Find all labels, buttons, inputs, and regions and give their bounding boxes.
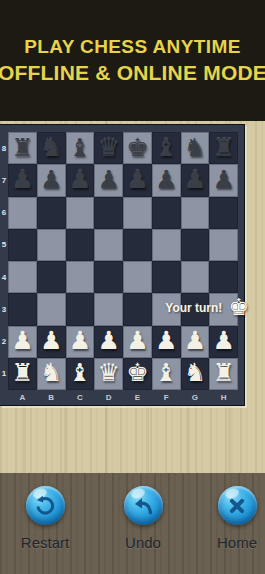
square-h7[interactable]: ♟: [209, 164, 238, 196]
black-queen: ♛: [97, 135, 119, 160]
square-e3[interactable]: [123, 293, 152, 325]
header-title-line2: OFFLINE & ONLINE MODE: [0, 61, 265, 85]
turn-status: Your turn! ♚: [165, 296, 249, 319]
square-a1[interactable]: ♜: [8, 358, 37, 390]
file-label-e: E: [123, 393, 152, 402]
square-b3[interactable]: [37, 293, 66, 325]
square-b6[interactable]: [37, 197, 66, 229]
white-bishop: ♝: [155, 360, 177, 385]
toolbar: Restart Undo Home: [0, 473, 265, 574]
black-pawn: ♟: [184, 167, 206, 192]
square-a4[interactable]: [8, 261, 37, 293]
square-f6[interactable]: [152, 197, 181, 229]
square-d6[interactable]: [94, 197, 123, 229]
white-pawn: ♟: [11, 328, 33, 353]
square-g4[interactable]: [181, 261, 210, 293]
square-e7[interactable]: ♟: [123, 164, 152, 196]
square-c3[interactable]: [66, 293, 95, 325]
square-e6[interactable]: [123, 197, 152, 229]
file-label-f: F: [152, 393, 181, 402]
white-knight: ♞: [40, 360, 62, 385]
square-f5[interactable]: [152, 229, 181, 261]
home-button[interactable]: [218, 486, 257, 525]
file-label-a: A: [8, 393, 37, 402]
file-label-b: B: [37, 393, 66, 402]
square-c7[interactable]: ♟: [66, 164, 95, 196]
undo-button[interactable]: [124, 486, 163, 525]
black-pawn: ♟: [40, 167, 62, 192]
square-g7[interactable]: ♟: [181, 164, 210, 196]
square-h5[interactable]: [209, 229, 238, 261]
black-pawn: ♟: [69, 167, 91, 192]
square-d4[interactable]: [94, 261, 123, 293]
square-d7[interactable]: ♟: [94, 164, 123, 196]
black-pawn: ♟: [97, 167, 119, 192]
black-bishop: ♝: [155, 135, 177, 160]
rank-label-8: 8: [0, 132, 8, 164]
square-a2[interactable]: ♟: [8, 326, 37, 358]
square-c1[interactable]: ♝: [66, 358, 95, 390]
rank-label-4: 4: [0, 261, 8, 293]
square-f1[interactable]: ♝: [152, 358, 181, 390]
square-b4[interactable]: [37, 261, 66, 293]
white-pawn: ♟: [126, 328, 148, 353]
undo-icon: [132, 495, 154, 517]
square-h2[interactable]: ♟: [209, 326, 238, 358]
square-h4[interactable]: [209, 261, 238, 293]
home-tool: Home: [199, 486, 265, 551]
black-pawn: ♟: [212, 167, 234, 192]
app-screen: PLAY CHESS ANYTIME OFFLINE & ONLINE MODE…: [0, 0, 265, 574]
white-rook: ♜: [212, 360, 234, 385]
rank-labels: 87654321: [0, 132, 8, 390]
turn-status-text: Your turn!: [165, 301, 222, 315]
black-pawn: ♟: [155, 167, 177, 192]
header-banner: PLAY CHESS ANYTIME OFFLINE & ONLINE MODE: [0, 0, 265, 121]
restart-button[interactable]: [26, 486, 65, 525]
square-d5[interactable]: [94, 229, 123, 261]
square-g6[interactable]: [181, 197, 210, 229]
restart-tool: Restart: [7, 486, 83, 551]
square-e5[interactable]: [123, 229, 152, 261]
square-c8[interactable]: ♝: [66, 132, 95, 164]
rank-label-1: 1: [0, 358, 8, 390]
square-d8[interactable]: ♛: [94, 132, 123, 164]
white-pawn: ♟: [184, 328, 206, 353]
square-c5[interactable]: [66, 229, 95, 261]
square-c2[interactable]: ♟: [66, 326, 95, 358]
rank-label-2: 2: [0, 326, 8, 358]
square-a7[interactable]: ♟: [8, 164, 37, 196]
black-rook: ♜: [11, 135, 33, 160]
square-f2[interactable]: ♟: [152, 326, 181, 358]
white-knight: ♞: [184, 360, 206, 385]
rank-label-6: 6: [0, 197, 8, 229]
file-label-h: H: [209, 393, 238, 402]
square-e8[interactable]: ♚: [123, 132, 152, 164]
rank-label-7: 7: [0, 164, 8, 196]
square-d2[interactable]: ♟: [94, 326, 123, 358]
undo-tool: Undo: [105, 486, 181, 551]
square-f4[interactable]: [152, 261, 181, 293]
white-king: ♚: [126, 360, 148, 385]
white-rook: ♜: [11, 360, 33, 385]
home-label: Home: [217, 534, 257, 551]
black-bishop: ♝: [69, 135, 91, 160]
white-pawn: ♟: [40, 328, 62, 353]
board-squares: ♜♞♝♛♚♝♞♜♟♟♟♟♟♟♟♟♟♟♟♟♟♟♟♟♜♞♝♛♚♝♞♜: [8, 132, 238, 390]
file-labels: ABCDEFGH: [8, 390, 238, 405]
square-g5[interactable]: [181, 229, 210, 261]
black-knight: ♞: [40, 135, 62, 160]
square-b7[interactable]: ♟: [37, 164, 66, 196]
white-king-icon: ♚: [228, 296, 249, 319]
square-a3[interactable]: [8, 293, 37, 325]
square-h8[interactable]: ♜: [209, 132, 238, 164]
header-title-line1: PLAY CHESS ANYTIME: [24, 36, 241, 58]
square-c6[interactable]: [66, 197, 95, 229]
square-d3[interactable]: [94, 293, 123, 325]
square-b8[interactable]: ♞: [37, 132, 66, 164]
square-b1[interactable]: ♞: [37, 358, 66, 390]
square-g8[interactable]: ♞: [181, 132, 210, 164]
square-h1[interactable]: ♜: [209, 358, 238, 390]
square-a8[interactable]: ♜: [8, 132, 37, 164]
square-e1[interactable]: ♚: [123, 358, 152, 390]
square-f8[interactable]: ♝: [152, 132, 181, 164]
square-g1[interactable]: ♞: [181, 358, 210, 390]
close-icon: [226, 495, 248, 517]
square-b5[interactable]: [37, 229, 66, 261]
file-label-d: D: [94, 393, 123, 402]
square-h6[interactable]: [209, 197, 238, 229]
white-pawn: ♟: [69, 328, 91, 353]
black-rook: ♜: [212, 135, 234, 160]
square-e2[interactable]: ♟: [123, 326, 152, 358]
file-label-g: G: [181, 393, 210, 402]
square-b2[interactable]: ♟: [37, 326, 66, 358]
restart-label: Restart: [21, 534, 69, 551]
white-pawn: ♟: [155, 328, 177, 353]
undo-label: Undo: [125, 534, 161, 551]
white-pawn: ♟: [212, 328, 234, 353]
black-pawn: ♟: [11, 167, 33, 192]
square-e4[interactable]: [123, 261, 152, 293]
rank-label-5: 5: [0, 229, 8, 261]
white-queen: ♛: [97, 360, 119, 385]
square-g2[interactable]: ♟: [181, 326, 210, 358]
rank-label-3: 3: [0, 293, 8, 325]
black-king: ♚: [126, 135, 148, 160]
square-a5[interactable]: [8, 229, 37, 261]
square-d1[interactable]: ♛: [94, 358, 123, 390]
black-pawn: ♟: [126, 167, 148, 192]
black-knight: ♞: [184, 135, 206, 160]
square-c4[interactable]: [66, 261, 95, 293]
white-bishop: ♝: [69, 360, 91, 385]
white-pawn: ♟: [97, 328, 119, 353]
chess-board: 87654321 ♜♞♝♛♚♝♞♜♟♟♟♟♟♟♟♟♟♟♟♟♟♟♟♟♜♞♝♛♚♝♞…: [0, 124, 245, 406]
square-a6[interactable]: [8, 197, 37, 229]
restart-icon: [34, 495, 56, 517]
file-label-c: C: [66, 393, 95, 402]
square-f7[interactable]: ♟: [152, 164, 181, 196]
